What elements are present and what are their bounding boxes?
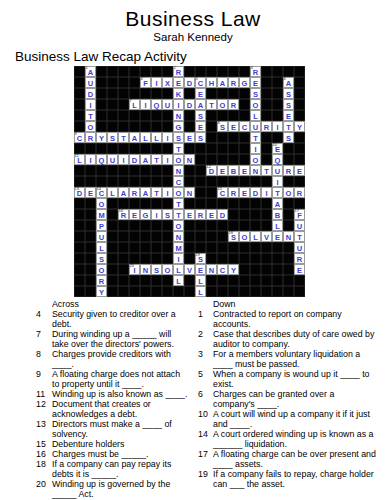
cell-letter: G	[143, 211, 149, 220]
cell-r8c10[interactable]: T	[173, 143, 184, 154]
cell-letter: C	[242, 123, 247, 132]
cell-letter: T	[297, 233, 302, 242]
cell-r15c19[interactable]: L	[272, 220, 283, 231]
cell-r4c12[interactable]: A	[195, 99, 206, 110]
cell-r6c16[interactable]: C	[239, 121, 250, 132]
cell-r14c11[interactable]: E	[184, 209, 195, 220]
cell-r9c3[interactable]: Q	[96, 154, 107, 165]
cell-r1c10[interactable]: 2R	[173, 66, 184, 77]
cell-r10c10[interactable]: N	[173, 165, 184, 176]
cell-r15c10[interactable]: O	[173, 220, 184, 231]
cell-letter: T	[275, 189, 280, 198]
cell-r1c2[interactable]: 1A	[85, 66, 96, 77]
cell-r5c5	[118, 110, 129, 121]
cell-r6c11	[184, 121, 195, 132]
cell-letter: E	[253, 79, 258, 88]
cell-letter: B	[275, 211, 280, 220]
cell-r9c11[interactable]: N	[184, 154, 195, 165]
cell-r4c17[interactable]: O	[250, 99, 261, 110]
cell-r10c16[interactable]: E	[239, 165, 250, 176]
cell-r20c14	[217, 275, 228, 286]
cell-r12c8[interactable]: T	[151, 187, 162, 198]
cell-r20c11	[184, 275, 195, 286]
cell-r6c12[interactable]: E	[195, 121, 206, 132]
cell-r4c6[interactable]: 7L	[129, 99, 140, 110]
cell-letter: E	[209, 211, 214, 220]
cell-letter: O	[165, 266, 171, 275]
cell-r6c18[interactable]: R	[261, 121, 272, 132]
cell-r13c19[interactable]: A	[272, 198, 283, 209]
cell-r5c12[interactable]: S	[195, 110, 206, 121]
cell-r8c19[interactable]: 10E	[272, 143, 283, 154]
cell-r12c21[interactable]: R	[294, 187, 305, 198]
cell-letter: F	[143, 79, 148, 88]
cell-r2c1	[74, 77, 85, 88]
cell-r16c21[interactable]: T	[294, 231, 305, 242]
cell-r20c7	[140, 275, 151, 286]
cell-letter: Y	[99, 134, 104, 143]
cell-r17c21[interactable]: U	[294, 242, 305, 253]
clue-num: 2	[198, 329, 213, 349]
cell-r4c8[interactable]: Q	[151, 99, 162, 110]
cell-r10c19[interactable]: U	[272, 165, 283, 176]
cell-letter: T	[121, 134, 126, 143]
cell-r2c11[interactable]: D	[184, 77, 195, 88]
across-clue-12: 12Document that creates or acknowledges …	[36, 399, 188, 419]
cell-r6c20[interactable]: T	[283, 121, 294, 132]
cell-r6c2[interactable]: O	[85, 121, 96, 132]
cell-r20c8	[151, 275, 162, 286]
cell-r12c13	[206, 187, 217, 198]
cell-r6c19[interactable]: I	[272, 121, 283, 132]
cell-r19c21[interactable]: E	[294, 264, 305, 275]
cell-r3c10[interactable]: K	[173, 88, 184, 99]
cell-r12c2[interactable]: E	[85, 187, 96, 198]
cell-r14c18	[261, 209, 272, 220]
cell-letter: P	[99, 222, 104, 231]
cell-r7c1[interactable]: 9C	[74, 132, 85, 143]
cell-r12c5[interactable]: A	[118, 187, 129, 198]
cell-r12c4[interactable]: L	[107, 187, 118, 198]
cell-r6c17[interactable]: U	[250, 121, 261, 132]
cell-r12c15[interactable]: R	[228, 187, 239, 198]
cell-letter: R	[198, 211, 203, 220]
cell-letter: I	[89, 101, 91, 110]
cell-r21c3[interactable]: Y	[96, 286, 107, 297]
cell-r15c17	[250, 220, 261, 231]
cell-r2c10[interactable]: E	[173, 77, 184, 88]
cell-r9c14	[217, 154, 228, 165]
cell-r4c20[interactable]: S	[283, 99, 294, 110]
cell-r2c14[interactable]: A	[217, 77, 228, 88]
cell-letter: T	[264, 167, 269, 176]
cell-letter: R	[231, 101, 236, 110]
cell-r2c12[interactable]: 5C	[195, 77, 206, 88]
cell-letter: N	[176, 233, 181, 242]
cell-r16c10[interactable]: N	[173, 231, 184, 242]
cell-r7c12[interactable]: S	[195, 132, 206, 143]
cell-r13c4	[107, 198, 118, 209]
cell-r1c13	[206, 66, 217, 77]
cell-r15c1	[74, 220, 85, 231]
cell-r9c2[interactable]: I	[85, 154, 96, 165]
cell-r4c5	[118, 99, 129, 110]
cell-r12c11[interactable]: N	[184, 187, 195, 198]
cell-letter: T	[209, 101, 214, 110]
clue-num: 9	[36, 369, 52, 389]
cell-r9c15	[228, 154, 239, 165]
cell-letter: S	[253, 90, 258, 99]
cell-r16c15[interactable]: 18S	[228, 231, 239, 242]
cell-r5c15	[228, 110, 239, 121]
cell-r8c17[interactable]: I	[250, 143, 261, 154]
clue-number: 1	[86, 66, 88, 70]
cell-r12c18[interactable]: I	[261, 187, 272, 198]
cell-r16c4	[107, 231, 118, 242]
clue-number: 10	[273, 143, 277, 147]
cell-r21c12[interactable]: L	[195, 286, 206, 297]
cell-r12c19[interactable]: T	[272, 187, 283, 198]
cell-r10c13[interactable]: 12D	[206, 165, 217, 176]
cell-r9c17[interactable]: O	[250, 154, 261, 165]
cell-r18c3[interactable]: S	[96, 253, 107, 264]
cell-letter: X	[165, 79, 170, 88]
cell-r13c14	[217, 198, 228, 209]
cell-r12c7[interactable]: A	[140, 187, 151, 198]
cell-letter: T	[176, 200, 181, 209]
cell-r9c20	[283, 154, 294, 165]
clue-text: A court ordered winding up is known as a…	[213, 429, 378, 449]
cell-r16c17[interactable]: L	[250, 231, 261, 242]
cell-r5c1	[74, 110, 85, 121]
cell-r6c10[interactable]: G	[173, 121, 184, 132]
cell-r14c19[interactable]: B	[272, 209, 283, 220]
cell-r1c9	[162, 66, 173, 77]
cell-r14c5[interactable]: 16R	[118, 209, 129, 220]
cell-r9c10[interactable]: O	[173, 154, 184, 165]
cell-letter: L	[132, 101, 137, 110]
cell-letter: D	[187, 79, 192, 88]
cell-r6c14[interactable]: 8S	[217, 121, 228, 132]
cell-letter: N	[209, 266, 214, 275]
cell-letter: I	[122, 156, 124, 165]
cell-r12c17[interactable]: D	[250, 187, 261, 198]
cell-r13c2	[85, 198, 96, 209]
cell-r4c14[interactable]: O	[217, 99, 228, 110]
cell-r17c11	[184, 242, 195, 253]
cell-r19c11[interactable]: V	[184, 264, 195, 275]
cell-r7c2[interactable]: R	[85, 132, 96, 143]
cell-letter: T	[286, 123, 291, 132]
cell-letter: L	[154, 134, 159, 143]
cell-r7c11[interactable]: E	[184, 132, 195, 143]
across-clue-8: 8Charges provide creditors with ____.	[36, 349, 188, 369]
cell-letter: Y	[231, 266, 236, 275]
cell-r14c7[interactable]: G	[140, 209, 151, 220]
cell-letter: O	[176, 222, 182, 231]
cell-r8c2	[85, 143, 96, 154]
cell-letter: Q	[154, 101, 160, 110]
cell-r14c6[interactable]: E	[129, 209, 140, 220]
cell-r10c18[interactable]: T	[261, 165, 272, 176]
cell-r12c6[interactable]: R	[129, 187, 140, 198]
cell-r6c3	[96, 121, 107, 132]
cell-r10c15[interactable]: B	[228, 165, 239, 176]
cell-r9c1[interactable]: 11L	[74, 154, 85, 165]
cell-letter: O	[286, 189, 292, 198]
cell-r2c15[interactable]: R	[228, 77, 239, 88]
cell-r14c8[interactable]: I	[151, 209, 162, 220]
cell-r9c4[interactable]: U	[107, 154, 118, 165]
cell-r4c15[interactable]: R	[228, 99, 239, 110]
cell-r20c10[interactable]: L	[173, 275, 184, 286]
cell-letter: T	[154, 156, 159, 165]
clue-num: 3	[198, 349, 213, 369]
clue-num: 15	[36, 439, 52, 449]
cell-r7c6[interactable]: A	[129, 132, 140, 143]
cell-letter: N	[187, 189, 192, 198]
cell-r18c18	[261, 253, 272, 264]
cell-r4c2[interactable]: I	[85, 99, 96, 110]
cell-letter: L	[143, 134, 148, 143]
cell-r9c9[interactable]: I	[162, 154, 173, 165]
cell-r20c12[interactable]: L	[195, 275, 206, 286]
cell-r2c16[interactable]: G	[239, 77, 250, 88]
cell-letter: S	[198, 134, 203, 143]
cell-r19c8[interactable]: S	[151, 264, 162, 275]
cell-r10c17[interactable]: N	[250, 165, 261, 176]
cell-r7c10[interactable]: S	[173, 132, 184, 143]
clue-num: 12	[36, 399, 52, 419]
cell-letter: A	[286, 79, 291, 88]
cell-letter: U	[275, 167, 280, 176]
cell-r14c9[interactable]: S	[162, 209, 173, 220]
cell-letter: I	[144, 101, 146, 110]
cell-letter: O	[242, 233, 248, 242]
cell-r21c13	[206, 286, 217, 297]
cell-r2c9[interactable]: X	[162, 77, 173, 88]
cell-r4c13[interactable]: T	[206, 99, 217, 110]
cell-letter: I	[166, 134, 168, 143]
cell-r20c4	[107, 275, 118, 286]
clue-number: 19	[196, 253, 200, 257]
cell-r16c3[interactable]: U	[96, 231, 107, 242]
cell-r9c8[interactable]: T	[151, 154, 162, 165]
clue-num: 14	[198, 429, 213, 449]
cell-r1c17[interactable]: 3R	[250, 66, 261, 77]
cell-r16c16[interactable]: O	[239, 231, 250, 242]
cell-r5c9	[162, 110, 173, 121]
cell-r19c6[interactable]: 20I	[129, 264, 140, 275]
cell-r7c9[interactable]: I	[162, 132, 173, 143]
cell-r10c5	[118, 165, 129, 176]
cell-r19c9[interactable]: O	[162, 264, 173, 275]
cell-r12c20[interactable]: O	[283, 187, 294, 198]
cell-r2c13[interactable]: H	[206, 77, 217, 88]
cell-r6c21[interactable]: Y	[294, 121, 305, 132]
cell-r3c18	[261, 88, 272, 99]
cell-r5c17[interactable]: L	[250, 110, 261, 121]
cell-r20c3[interactable]: R	[96, 275, 107, 286]
cell-r14c14[interactable]: D	[217, 209, 228, 220]
cell-r18c10[interactable]: I	[173, 253, 184, 264]
cell-r2c3	[96, 77, 107, 88]
cell-r7c4[interactable]: S	[107, 132, 118, 143]
cell-letter: U	[88, 79, 93, 88]
cell-r6c6	[129, 121, 140, 132]
cell-r14c10[interactable]: T	[173, 209, 184, 220]
cell-r12c16[interactable]: E	[239, 187, 250, 198]
cell-r3c17[interactable]: S	[250, 88, 261, 99]
cell-r10c21[interactable]: E	[294, 165, 305, 176]
cell-r15c9	[162, 220, 173, 231]
cell-letter: O	[253, 156, 259, 165]
cell-r18c13	[206, 253, 217, 264]
clue-number: 3	[251, 66, 253, 70]
cell-r7c8[interactable]: L	[151, 132, 162, 143]
cell-r16c18[interactable]: V	[261, 231, 272, 242]
down-clue-17: 17A floating charge can be over present …	[198, 449, 378, 469]
cell-r19c3[interactable]: O	[96, 264, 107, 275]
cell-r11c9	[162, 176, 173, 187]
cell-r13c3[interactable]: O	[96, 198, 107, 209]
cell-r17c10[interactable]: M	[173, 242, 184, 253]
cell-r7c17[interactable]: T	[250, 132, 261, 143]
down-header: Down	[213, 299, 378, 309]
cell-r11c19[interactable]: I	[272, 176, 283, 187]
cell-r15c21[interactable]: U	[294, 220, 305, 231]
cell-r19c1	[74, 264, 85, 275]
cell-r7c5[interactable]: T	[118, 132, 129, 143]
across-clues: Across 4Security given to creditor over …	[36, 299, 188, 499]
cell-r13c10[interactable]: T	[173, 198, 184, 209]
cell-r19c13[interactable]: N	[206, 264, 217, 275]
cell-r9c6[interactable]: D	[129, 154, 140, 165]
cell-r12c1[interactable]: 13D	[74, 187, 85, 198]
cell-r6c13	[206, 121, 217, 132]
cell-r2c2[interactable]: U	[85, 77, 96, 88]
cell-letter: R	[88, 134, 93, 143]
cell-r19c10[interactable]: L	[173, 264, 184, 275]
cell-r9c5[interactable]: I	[118, 154, 129, 165]
cell-r10c14[interactable]: E	[217, 165, 228, 176]
cell-r4c9[interactable]: U	[162, 99, 173, 110]
cell-r19c7[interactable]: N	[140, 264, 151, 275]
cell-r18c12[interactable]: 19S	[195, 253, 206, 264]
cell-r18c21[interactable]: R	[294, 253, 305, 264]
cell-r3c2[interactable]: D	[85, 88, 96, 99]
cell-r16c20[interactable]: N	[283, 231, 294, 242]
cell-r8c15	[228, 143, 239, 154]
cell-r11c2	[85, 176, 96, 187]
cell-r11c15	[228, 176, 239, 187]
cell-r5c3	[96, 110, 107, 121]
cell-letter: D	[88, 90, 93, 99]
cell-r5c6	[129, 110, 140, 121]
cell-r15c7	[140, 220, 151, 231]
cell-r7c16	[239, 132, 250, 143]
cell-r15c6	[129, 220, 140, 231]
cell-r14c21[interactable]: 17F	[294, 209, 305, 220]
cell-letter: E	[275, 233, 280, 242]
clue-num: 1	[198, 309, 213, 329]
cell-letter: O	[99, 200, 105, 209]
cell-r19c14[interactable]: C	[217, 264, 228, 275]
cell-letter: A	[132, 134, 137, 143]
cell-r16c12	[195, 231, 206, 242]
cell-r5c10[interactable]: N	[173, 110, 184, 121]
cell-r12c3[interactable]: 14C	[96, 187, 107, 198]
clue-num: 8	[36, 349, 52, 369]
cell-r3c20[interactable]: S	[283, 88, 294, 99]
cell-r14c4	[107, 209, 118, 220]
cell-letter: N	[143, 266, 148, 275]
cell-r2c5	[118, 77, 129, 88]
cell-r5c21	[294, 110, 305, 121]
down-clue-list: 1Contracted to report on company account…	[198, 309, 378, 489]
cell-r10c4	[107, 165, 118, 176]
cell-letter: N	[253, 167, 258, 176]
cell-r12c10[interactable]: O	[173, 187, 184, 198]
cell-r19c15[interactable]: Y	[228, 264, 239, 275]
cell-r2c20[interactable]: 6A	[283, 77, 294, 88]
cell-r15c3[interactable]: P	[96, 220, 107, 231]
cell-r5c20[interactable]: E	[283, 110, 294, 121]
cell-r14c13[interactable]: E	[206, 209, 217, 220]
across-clue-18: 18If a company can pay repay its debts i…	[36, 459, 188, 479]
cell-r2c7[interactable]: 4F	[140, 77, 151, 88]
cell-r12c14[interactable]: 15C	[217, 187, 228, 198]
cell-r2c8[interactable]: I	[151, 77, 162, 88]
cell-r14c2	[85, 209, 96, 220]
cell-r4c11[interactable]: D	[184, 99, 195, 110]
cell-r16c19[interactable]: E	[272, 231, 283, 242]
cell-r8c12	[195, 143, 206, 154]
cell-r14c12[interactable]: R	[195, 209, 206, 220]
cell-r4c7[interactable]: I	[140, 99, 151, 110]
cell-r7c7[interactable]: L	[140, 132, 151, 143]
cell-r7c3[interactable]: Y	[96, 132, 107, 143]
clue-num: 4	[36, 309, 52, 329]
cell-r9c19[interactable]: Q	[272, 154, 283, 165]
cell-r10c20[interactable]: R	[283, 165, 294, 176]
cell-r6c15[interactable]: E	[228, 121, 239, 132]
cell-r4c10[interactable]: I	[173, 99, 184, 110]
cell-r11c10[interactable]: C	[173, 176, 184, 187]
cell-r19c12[interactable]: E	[195, 264, 206, 275]
cell-letter: N	[286, 233, 291, 242]
cell-letter: A	[198, 101, 203, 110]
cell-r17c3[interactable]: L	[96, 242, 107, 253]
clue-num: 18	[36, 459, 52, 479]
cell-r10c8	[151, 165, 162, 176]
cell-r12c9[interactable]: I	[162, 187, 173, 198]
clue-number: 4	[141, 77, 143, 81]
cell-r10c1	[74, 165, 85, 176]
clue-number: 18	[229, 231, 233, 235]
cell-r9c7[interactable]: A	[140, 154, 151, 165]
cell-letter: S	[99, 255, 104, 264]
cell-letter: I	[177, 255, 179, 264]
cell-r7c20[interactable]: S	[283, 132, 294, 143]
cell-letter: L	[253, 112, 258, 121]
cell-letter: T	[176, 211, 181, 220]
cell-r5c2[interactable]: T	[85, 110, 96, 121]
cell-r14c3[interactable]: M	[96, 209, 107, 220]
cell-r3c12[interactable]: E	[195, 88, 206, 99]
cell-r2c17[interactable]: E	[250, 77, 261, 88]
cell-r14c20	[283, 209, 294, 220]
